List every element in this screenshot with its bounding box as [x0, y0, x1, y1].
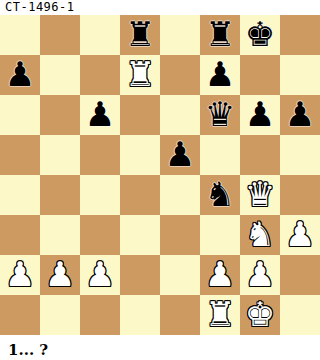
square-c6[interactable]: ♟	[80, 95, 120, 135]
square-h2[interactable]	[280, 255, 320, 295]
white-pawn-piece[interactable]: ♟	[285, 217, 315, 251]
white-rook-piece[interactable]: ♜	[205, 297, 235, 331]
black-rook-piece[interactable]: ♜	[205, 17, 235, 51]
square-g4[interactable]: ♛	[240, 175, 280, 215]
square-h7[interactable]	[280, 55, 320, 95]
square-g6[interactable]: ♟	[240, 95, 280, 135]
square-b1[interactable]	[40, 295, 80, 335]
square-e8[interactable]	[160, 15, 200, 55]
square-b3[interactable]	[40, 215, 80, 255]
square-d3[interactable]	[120, 215, 160, 255]
square-a8[interactable]	[0, 15, 40, 55]
square-h5[interactable]	[280, 135, 320, 175]
square-b5[interactable]	[40, 135, 80, 175]
square-a3[interactable]	[0, 215, 40, 255]
square-h6[interactable]: ♟	[280, 95, 320, 135]
square-d1[interactable]	[120, 295, 160, 335]
square-f2[interactable]: ♟	[200, 255, 240, 295]
chess-board: ♜♜♚♟♜♟♟♛♟♟♟♞♛♞♟♟♟♟♟♟♜♚	[0, 15, 320, 335]
move-prompt: 1... ?	[0, 335, 320, 359]
square-g2[interactable]: ♟	[240, 255, 280, 295]
square-a2[interactable]: ♟	[0, 255, 40, 295]
square-e5[interactable]: ♟	[160, 135, 200, 175]
black-knight-piece[interactable]: ♞	[205, 177, 235, 211]
square-b8[interactable]	[40, 15, 80, 55]
square-f5[interactable]	[200, 135, 240, 175]
square-g7[interactable]	[240, 55, 280, 95]
white-rook-piece[interactable]: ♜	[125, 57, 155, 91]
white-pawn-piece[interactable]: ♟	[205, 257, 235, 291]
square-f6[interactable]: ♛	[200, 95, 240, 135]
white-pawn-piece[interactable]: ♟	[245, 257, 275, 291]
square-h8[interactable]	[280, 15, 320, 55]
black-pawn-piece[interactable]: ♟	[165, 137, 195, 171]
square-a1[interactable]	[0, 295, 40, 335]
square-e3[interactable]	[160, 215, 200, 255]
black-pawn-piece[interactable]: ♟	[205, 57, 235, 91]
white-king-piece[interactable]: ♚	[245, 297, 275, 331]
square-e4[interactable]	[160, 175, 200, 215]
square-c7[interactable]	[80, 55, 120, 95]
black-king-piece[interactable]: ♚	[245, 17, 275, 51]
square-e2[interactable]	[160, 255, 200, 295]
black-pawn-piece[interactable]: ♟	[85, 97, 115, 131]
square-d8[interactable]: ♜	[120, 15, 160, 55]
puzzle-id: CT-1496-1	[0, 0, 320, 15]
square-g3[interactable]: ♞	[240, 215, 280, 255]
white-pawn-piece[interactable]: ♟	[5, 257, 35, 291]
square-a4[interactable]	[0, 175, 40, 215]
square-a5[interactable]	[0, 135, 40, 175]
square-c3[interactable]	[80, 215, 120, 255]
square-f7[interactable]: ♟	[200, 55, 240, 95]
square-h1[interactable]	[280, 295, 320, 335]
square-a6[interactable]	[0, 95, 40, 135]
square-b7[interactable]	[40, 55, 80, 95]
square-c8[interactable]	[80, 15, 120, 55]
square-f1[interactable]: ♜	[200, 295, 240, 335]
square-d6[interactable]	[120, 95, 160, 135]
square-g1[interactable]: ♚	[240, 295, 280, 335]
square-a7[interactable]: ♟	[0, 55, 40, 95]
square-d2[interactable]	[120, 255, 160, 295]
white-knight-piece[interactable]: ♞	[245, 217, 275, 251]
square-c2[interactable]: ♟	[80, 255, 120, 295]
square-b4[interactable]	[40, 175, 80, 215]
square-f4[interactable]: ♞	[200, 175, 240, 215]
black-rook-piece[interactable]: ♜	[125, 17, 155, 51]
black-pawn-piece[interactable]: ♟	[285, 97, 315, 131]
square-e6[interactable]	[160, 95, 200, 135]
square-e1[interactable]	[160, 295, 200, 335]
square-d4[interactable]	[120, 175, 160, 215]
white-pawn-piece[interactable]: ♟	[45, 257, 75, 291]
black-pawn-piece[interactable]: ♟	[5, 57, 35, 91]
square-h4[interactable]	[280, 175, 320, 215]
square-d5[interactable]	[120, 135, 160, 175]
square-g8[interactable]: ♚	[240, 15, 280, 55]
black-pawn-piece[interactable]: ♟	[245, 97, 275, 131]
square-b6[interactable]	[40, 95, 80, 135]
square-c4[interactable]	[80, 175, 120, 215]
square-h3[interactable]: ♟	[280, 215, 320, 255]
white-queen-piece[interactable]: ♛	[245, 177, 275, 211]
black-queen-piece[interactable]: ♛	[205, 97, 235, 131]
square-b2[interactable]: ♟	[40, 255, 80, 295]
square-g5[interactable]	[240, 135, 280, 175]
square-f3[interactable]	[200, 215, 240, 255]
square-f8[interactable]: ♜	[200, 15, 240, 55]
square-d7[interactable]: ♜	[120, 55, 160, 95]
white-pawn-piece[interactable]: ♟	[85, 257, 115, 291]
square-c5[interactable]	[80, 135, 120, 175]
square-c1[interactable]	[80, 295, 120, 335]
square-e7[interactable]	[160, 55, 200, 95]
